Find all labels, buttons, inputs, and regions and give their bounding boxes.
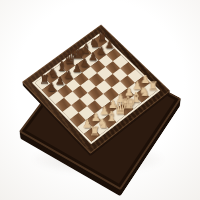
chess-set-product-photo: ♜♞♝♛♚♝♞♜♟♟♟♟♟♟♟♟♟♟♟♟♟♟♟♟♜♞♝♛♚♝♞♜: [0, 0, 200, 200]
square-h6: [106, 48, 121, 61]
square-g6: [98, 54, 113, 67]
black-rook: ♜: [97, 32, 108, 44]
white-rook: ♜: [147, 80, 158, 92]
black-bishop: ♝: [56, 60, 68, 74]
black-pawn: ♟: [80, 58, 90, 69]
black-queen: ♛: [63, 52, 77, 68]
square-f7: ♟: [83, 53, 98, 66]
black-pawn: ♟: [88, 52, 98, 63]
black-knight: ♞: [89, 37, 100, 49]
square-h5: [113, 55, 128, 68]
black-pawn: ♟: [96, 46, 106, 57]
square-g7: ♟: [91, 48, 106, 61]
black-bishop: ♝: [80, 42, 92, 55]
square-g8: ♞: [84, 41, 99, 54]
white-pawn: ♟: [140, 74, 150, 85]
square-h8: ♜: [92, 35, 107, 48]
square-f6: [90, 60, 105, 73]
chess-set-scene: ♜♞♝♛♚♝♞♜♟♟♟♟♟♟♟♟♟♟♟♟♟♟♟♟♜♞♝♛♚♝♞♜: [0, 0, 200, 200]
square-f8: ♝: [76, 47, 91, 60]
black-king: ♚: [71, 45, 86, 62]
square-e8: ♚: [68, 53, 83, 66]
square-h7: ♟: [99, 42, 114, 55]
black-pawn: ♟: [104, 40, 114, 51]
